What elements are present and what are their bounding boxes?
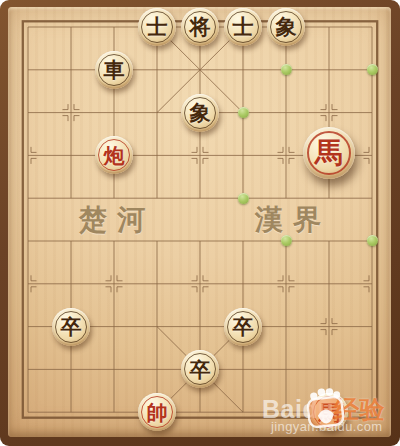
piece-black-elephant[interactable]: 象 <box>267 8 305 46</box>
piece-black-chariot[interactable]: 車 <box>95 51 133 89</box>
piece-character: 士 <box>147 16 168 37</box>
piece-character: 馬 <box>319 402 340 423</box>
piece-character: 炮 <box>104 145 125 166</box>
piece-character: 将 <box>190 16 211 37</box>
piece-red-horse[interactable]: 馬 <box>310 393 348 431</box>
piece-character: 象 <box>276 16 297 37</box>
piece-character: 象 <box>190 102 211 123</box>
piece-red-cannon[interactable]: 炮 <box>95 136 133 174</box>
move-hint-dot[interactable] <box>238 107 249 118</box>
piece-black-soldier[interactable]: 卒 <box>181 350 219 388</box>
xiangqi-board-screenshot: 楚河 漢界 士将士象車象炮馬卒卒卒帥馬 Baidu经验 jingyan.baid… <box>0 0 400 446</box>
piece-black-elephant[interactable]: 象 <box>181 94 219 132</box>
piece-character: 車 <box>104 59 125 80</box>
move-hint-dot[interactable] <box>238 193 249 204</box>
board-grid: 士将士象車象炮馬卒卒卒帥馬 <box>7 6 394 434</box>
piece-character: 帥 <box>147 402 168 423</box>
piece-red-general[interactable]: 帥 <box>138 393 176 431</box>
move-hint-dot[interactable] <box>367 64 378 75</box>
piece-black-advisor[interactable]: 士 <box>138 8 176 46</box>
move-hint-dot[interactable] <box>281 235 292 246</box>
move-hint-dot[interactable] <box>281 64 292 75</box>
piece-character: 卒 <box>61 316 82 337</box>
piece-red-horse[interactable]: 馬 <box>303 127 355 179</box>
move-hint-dot[interactable] <box>367 235 378 246</box>
piece-black-soldier[interactable]: 卒 <box>52 308 90 346</box>
piece-black-soldier[interactable]: 卒 <box>224 308 262 346</box>
piece-character: 卒 <box>233 316 254 337</box>
piece-character: 士 <box>233 16 254 37</box>
piece-character: 馬 <box>315 139 343 167</box>
piece-character: 卒 <box>190 359 211 380</box>
piece-black-general[interactable]: 将 <box>181 8 219 46</box>
piece-black-advisor[interactable]: 士 <box>224 8 262 46</box>
